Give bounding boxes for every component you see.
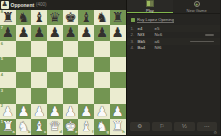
white-move[interactable]: Nf3: [138, 32, 155, 37]
opponent-avatar[interactable]: ♟: [1, 1, 9, 9]
piece-white-pawn[interactable]: ♟: [47, 104, 63, 120]
square-f2[interactable]: ♟: [78, 104, 94, 120]
square-c7[interactable]: ♟: [31, 25, 47, 41]
settings-icon: ⚙: [213, 130, 217, 135]
square-e5[interactable]: [63, 57, 79, 73]
opening-link[interactable]: Ruy Lopez Opening: [131, 17, 221, 23]
square-g2[interactable]: ♟: [94, 104, 110, 120]
square-a7[interactable]: 7♟: [0, 25, 16, 41]
square-c1[interactable]: c♝: [31, 119, 47, 135]
square-b2[interactable]: ♟: [16, 104, 32, 120]
square-a5[interactable]: 5: [0, 57, 16, 73]
rank-label: 4: [1, 73, 3, 77]
square-a4[interactable]: 4: [0, 72, 16, 88]
square-h1[interactable]: h♜: [110, 119, 126, 135]
piece-black-bishop[interactable]: ♝: [31, 10, 47, 26]
piece-black-pawn[interactable]: ♟: [16, 25, 32, 41]
square-f7[interactable]: ♟: [78, 25, 94, 41]
piece-white-pawn[interactable]: ♟: [31, 104, 47, 120]
file-label: g: [106, 130, 108, 134]
square-d2[interactable]: ♟: [47, 104, 63, 120]
square-g8[interactable]: ♞: [94, 10, 110, 26]
rank-label: 3: [1, 89, 3, 93]
square-h5[interactable]: [110, 57, 126, 73]
rank-label: 1: [1, 120, 3, 124]
opening-name: Ruy Lopez Opening: [137, 17, 174, 23]
square-a2[interactable]: 2♟: [0, 104, 16, 120]
square-g4[interactable]: [94, 72, 110, 88]
square-d5[interactable]: [47, 57, 63, 73]
file-label: d: [59, 130, 61, 134]
piece-black-knight[interactable]: ♞: [16, 10, 32, 26]
square-h7[interactable]: ♟: [110, 25, 126, 41]
square-g3[interactable]: [94, 88, 110, 104]
piece-black-pawn[interactable]: ♟: [94, 25, 110, 41]
file-label: a: [13, 130, 15, 134]
square-f8[interactable]: ♝: [78, 10, 94, 26]
black-move[interactable]: Nc6: [155, 32, 172, 37]
square-g1[interactable]: g♞: [94, 119, 110, 135]
square-c5[interactable]: [31, 57, 47, 73]
rank-label: 6: [1, 42, 3, 46]
square-e4[interactable]: [63, 72, 79, 88]
square-c8[interactable]: ♝: [31, 10, 47, 26]
black-move[interactable]: Nf6: [155, 45, 172, 50]
piece-black-queen[interactable]: ♛: [47, 10, 63, 26]
tab-new-game-label: New Game: [187, 8, 207, 13]
square-h4[interactable]: [110, 72, 126, 88]
square-e6[interactable]: [63, 41, 79, 57]
square-d7[interactable]: ♟: [47, 25, 63, 41]
square-f3[interactable]: [78, 88, 94, 104]
tab-play[interactable]: Play: [127, 0, 174, 13]
piece-white-pawn[interactable]: ♟: [110, 104, 126, 120]
square-f6[interactable]: [78, 41, 94, 57]
move-number: 3.: [131, 39, 138, 44]
white-move[interactable]: Ba4: [138, 45, 155, 50]
square-a3[interactable]: 3: [0, 88, 16, 104]
square-h2[interactable]: ♟: [110, 104, 126, 120]
move-number: 1.: [131, 26, 138, 31]
square-b8[interactable]: ♞: [16, 10, 32, 26]
square-e7[interactable]: ♟: [63, 25, 79, 41]
square-f5[interactable]: [78, 57, 94, 73]
file-label: f: [92, 130, 93, 134]
square-b3[interactable]: [16, 88, 32, 104]
file-label: b: [28, 130, 30, 134]
piece-black-rook[interactable]: ♜: [110, 10, 126, 26]
sidebar-panel: Play + New Game Ruy Lopez Opening 1.e4e5…: [126, 0, 221, 135]
plus-icon: +: [194, 1, 200, 7]
square-g5[interactable]: [94, 57, 110, 73]
square-a1[interactable]: 1a♜: [0, 119, 16, 135]
move-eval-bar: [190, 41, 214, 43]
options-button[interactable]: ⚙: [130, 122, 150, 131]
rank-label: 8: [1, 10, 3, 14]
piece-black-pawn[interactable]: ♟: [31, 25, 47, 41]
board-icon: [146, 0, 154, 7]
move-number: 2.: [131, 32, 138, 37]
piece-white-pawn[interactable]: ♟: [63, 104, 79, 120]
rank-label: 5: [1, 57, 3, 61]
tab-play-label: Play: [146, 8, 154, 13]
square-d3[interactable]: [47, 88, 63, 104]
square-f4[interactable]: [78, 72, 94, 88]
file-label: e: [75, 130, 77, 134]
square-h8[interactable]: ♜: [110, 10, 126, 26]
opponent-rating: (400): [36, 2, 47, 7]
file-label: h: [122, 130, 124, 134]
draw-button[interactable]: ½: [174, 122, 194, 131]
game-controls: ⚙⚐½⋯: [130, 122, 218, 131]
square-g6[interactable]: [94, 41, 110, 57]
square-d6[interactable]: [47, 41, 63, 57]
black-move[interactable]: a6: [155, 39, 172, 44]
square-b4[interactable]: [16, 72, 32, 88]
square-a6[interactable]: 6: [0, 41, 16, 57]
square-e1[interactable]: e♚: [63, 119, 79, 135]
square-f1[interactable]: f♝: [78, 119, 94, 135]
square-c4[interactable]: [31, 72, 47, 88]
square-b7[interactable]: ♟: [16, 25, 32, 41]
square-g7[interactable]: ♟: [94, 25, 110, 41]
move-eval-bar: [205, 34, 214, 36]
opponent-name[interactable]: Opponent: [11, 2, 35, 8]
move-number: 4.: [131, 45, 138, 50]
square-c6[interactable]: [31, 41, 47, 57]
white-move[interactable]: e4: [138, 26, 155, 31]
tab-new-game[interactable]: + New Game: [173, 0, 220, 13]
piece-white-pawn[interactable]: ♟: [78, 104, 94, 120]
move-row-4[interactable]: 4.Ba4Nf6: [127, 45, 221, 52]
rank-label: 7: [1, 26, 3, 30]
square-h6[interactable]: [110, 41, 126, 57]
move-list: 1.e4e52.Nf3Nc63.Bb5a64.Ba4Nf6: [127, 25, 221, 51]
piece-black-pawn[interactable]: ♟: [110, 25, 126, 41]
white-move[interactable]: Bb5: [138, 39, 155, 44]
sidebar-tabs: Play + New Game: [127, 0, 221, 14]
piece-white-pawn[interactable]: ♟: [94, 104, 110, 120]
rank-label: 2: [1, 104, 3, 108]
square-b1[interactable]: b♞: [16, 119, 32, 135]
square-e8[interactable]: ♚: [63, 10, 79, 26]
piece-black-bishop[interactable]: ♝: [78, 10, 94, 26]
piece-black-king[interactable]: ♚: [63, 10, 79, 26]
square-e3[interactable]: [63, 88, 79, 104]
square-d1[interactable]: d♛: [47, 119, 63, 135]
file-label: c: [44, 130, 46, 134]
piece-black-pawn[interactable]: ♟: [78, 25, 94, 41]
square-a8[interactable]: 8♜: [0, 10, 16, 26]
book-icon: [131, 18, 136, 23]
square-d8[interactable]: ♛: [47, 10, 63, 26]
square-b5[interactable]: [16, 57, 32, 73]
square-h3[interactable]: [110, 88, 126, 104]
piece-black-knight[interactable]: ♞: [94, 10, 110, 26]
piece-black-pawn[interactable]: ♟: [47, 25, 63, 41]
piece-white-pawn[interactable]: ♟: [16, 104, 32, 120]
square-c3[interactable]: [31, 88, 47, 104]
square-d4[interactable]: [47, 72, 63, 88]
piece-black-pawn[interactable]: ♟: [63, 25, 79, 41]
black-move[interactable]: e5: [155, 26, 172, 31]
square-e2[interactable]: ♟: [63, 104, 79, 120]
opponent-nameplate: ♟ Opponent (400): [0, 0, 126, 10]
square-c2[interactable]: ♟: [31, 104, 47, 120]
chess-board[interactable]: 8♜♞♝♛♚♝♞♜7♟♟♟♟♟♟♟♟65432♟♟♟♟♟♟♟♟1a♜b♞c♝d♛…: [0, 10, 126, 136]
resign-button[interactable]: ⚐: [152, 122, 172, 131]
square-b6[interactable]: [16, 41, 32, 57]
